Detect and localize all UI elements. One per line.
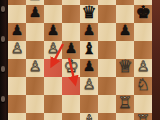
board-square-h2 xyxy=(134,95,152,113)
board-square-h1 xyxy=(134,113,152,120)
board-square-e2 xyxy=(80,95,98,113)
board-square-g4 xyxy=(116,59,134,77)
board-square-h5 xyxy=(134,41,152,59)
board-square-b2 xyxy=(26,95,44,113)
board-square-a7 xyxy=(8,5,26,23)
board-square-h3 xyxy=(134,77,152,95)
board-square-e4 xyxy=(80,59,98,77)
board-square-d6 xyxy=(62,23,80,41)
board-square-b5 xyxy=(26,41,44,59)
board-square-f6 xyxy=(98,23,116,41)
board-square-g1 xyxy=(116,113,134,120)
board-square-f3 xyxy=(98,77,116,95)
board-square-e1 xyxy=(80,113,98,120)
board-square-b6 xyxy=(26,23,44,41)
board-square-g3 xyxy=(116,77,134,95)
board-square-a2 xyxy=(8,95,26,113)
board-square-d5 xyxy=(62,41,80,59)
board-square-h4 xyxy=(134,59,152,77)
board-square-a4 xyxy=(8,59,26,77)
board-square-c1 xyxy=(44,113,62,120)
board-square-e7 xyxy=(80,5,98,23)
board-square-c6 xyxy=(44,23,62,41)
board-square-b3 xyxy=(26,77,44,95)
board-square-f2 xyxy=(98,95,116,113)
board-square-g6 xyxy=(116,23,134,41)
binding-ring xyxy=(1,66,5,72)
board-square-d3 xyxy=(62,77,80,95)
board-square-c3 xyxy=(44,77,62,95)
board-square-c7 xyxy=(44,5,62,23)
board-square-a1 xyxy=(8,113,26,120)
board-square-e3 xyxy=(80,77,98,95)
board-square-b4 xyxy=(26,59,44,77)
board-square-c4 xyxy=(44,59,62,77)
chess-board: ♜♟♛♚♟♟♟♟♙♙♟♝♙♔♟♕♙♙♘♖♗♖ xyxy=(8,0,152,120)
board-square-g5 xyxy=(116,41,134,59)
binding-ring xyxy=(1,6,5,12)
board-square-g2 xyxy=(116,95,134,113)
board-square-b1 xyxy=(26,113,44,120)
board-square-c2 xyxy=(44,95,62,113)
board-square-h6 xyxy=(134,23,152,41)
board-square-g7 xyxy=(116,5,134,23)
board-square-h7 xyxy=(134,5,152,23)
board-square-c5 xyxy=(44,41,62,59)
board-square-e6 xyxy=(80,23,98,41)
board-square-b7 xyxy=(26,5,44,23)
binding-ring xyxy=(1,96,5,102)
binding-ring xyxy=(1,36,5,42)
board-square-f5 xyxy=(98,41,116,59)
board-square-d1 xyxy=(62,113,80,120)
board-square-f7 xyxy=(98,5,116,23)
board-square-a6 xyxy=(8,23,26,41)
board-square-f1 xyxy=(98,113,116,120)
board-square-e5 xyxy=(80,41,98,59)
board-square-a3 xyxy=(8,77,26,95)
page-edge-right xyxy=(152,0,160,120)
board-square-d2 xyxy=(62,95,80,113)
board-square-d4 xyxy=(62,59,80,77)
chess-book-photo: ♜♟♛♚♟♟♟♟♙♙♟♝♙♔♟♕♙♙♘♖♗♖ xyxy=(0,0,160,120)
spiral-binding xyxy=(0,0,8,120)
board-square-a5 xyxy=(8,41,26,59)
board-square-f4 xyxy=(98,59,116,77)
board-square-d7 xyxy=(62,5,80,23)
